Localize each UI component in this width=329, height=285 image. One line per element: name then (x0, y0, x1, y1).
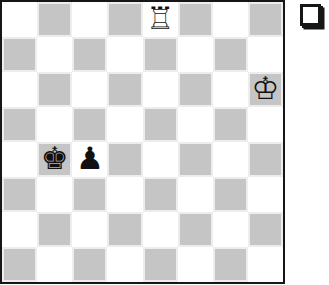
square-f3[interactable] (178, 177, 213, 212)
square-g7[interactable] (213, 37, 248, 72)
square-d3[interactable] (107, 177, 142, 212)
square-a6[interactable] (2, 72, 37, 107)
square-h6[interactable]: ♔ (248, 72, 283, 107)
square-b1[interactable] (37, 247, 72, 282)
chess-diagram: ♖♔♚♟ (0, 0, 329, 285)
square-a7[interactable] (2, 37, 37, 72)
square-f2[interactable] (178, 212, 213, 247)
square-d1[interactable] (107, 247, 142, 282)
square-d7[interactable] (107, 37, 142, 72)
square-a2[interactable] (2, 212, 37, 247)
square-b2[interactable] (37, 212, 72, 247)
square-d2[interactable] (107, 212, 142, 247)
square-h5[interactable] (248, 107, 283, 142)
black-pawn: ♟ (76, 143, 104, 174)
square-a1[interactable] (2, 247, 37, 282)
square-d6[interactable] (107, 72, 142, 107)
square-g6[interactable] (213, 72, 248, 107)
square-c4[interactable]: ♟ (72, 142, 107, 177)
square-f8[interactable] (178, 2, 213, 37)
white-king: ♔ (252, 73, 280, 104)
square-h2[interactable] (248, 212, 283, 247)
square-b4[interactable]: ♚ (37, 142, 72, 177)
square-c6[interactable] (72, 72, 107, 107)
square-b7[interactable] (37, 37, 72, 72)
square-f1[interactable] (178, 247, 213, 282)
square-e8[interactable]: ♖ (143, 2, 178, 37)
square-g8[interactable] (213, 2, 248, 37)
square-b6[interactable] (37, 72, 72, 107)
square-h3[interactable] (248, 177, 283, 212)
square-b3[interactable] (37, 177, 72, 212)
square-d4[interactable] (107, 142, 142, 177)
square-f7[interactable] (178, 37, 213, 72)
square-h1[interactable] (248, 247, 283, 282)
square-b5[interactable] (37, 107, 72, 142)
square-h7[interactable] (248, 37, 283, 72)
square-a5[interactable] (2, 107, 37, 142)
square-e7[interactable] (143, 37, 178, 72)
square-a8[interactable] (2, 2, 37, 37)
white-rook: ♖ (146, 3, 174, 34)
square-d5[interactable] (107, 107, 142, 142)
square-c3[interactable] (72, 177, 107, 212)
side-to-move-indicator (300, 4, 321, 26)
square-g5[interactable] (213, 107, 248, 142)
square-c2[interactable] (72, 212, 107, 247)
square-h8[interactable] (248, 2, 283, 37)
square-d8[interactable] (107, 2, 142, 37)
square-e2[interactable] (143, 212, 178, 247)
square-h4[interactable] (248, 142, 283, 177)
square-g1[interactable] (213, 247, 248, 282)
square-g4[interactable] (213, 142, 248, 177)
square-b8[interactable] (37, 2, 72, 37)
square-c5[interactable] (72, 107, 107, 142)
square-f5[interactable] (178, 107, 213, 142)
square-f6[interactable] (178, 72, 213, 107)
square-a3[interactable] (2, 177, 37, 212)
square-g3[interactable] (213, 177, 248, 212)
square-e3[interactable] (143, 177, 178, 212)
square-c8[interactable] (72, 2, 107, 37)
square-c7[interactable] (72, 37, 107, 72)
square-e1[interactable] (143, 247, 178, 282)
square-e5[interactable] (143, 107, 178, 142)
square-e4[interactable] (143, 142, 178, 177)
square-c1[interactable] (72, 247, 107, 282)
square-e6[interactable] (143, 72, 178, 107)
black-king: ♚ (41, 143, 69, 174)
square-f4[interactable] (178, 142, 213, 177)
square-g2[interactable] (213, 212, 248, 247)
chess-board: ♖♔♚♟ (0, 0, 285, 284)
square-a4[interactable] (2, 142, 37, 177)
